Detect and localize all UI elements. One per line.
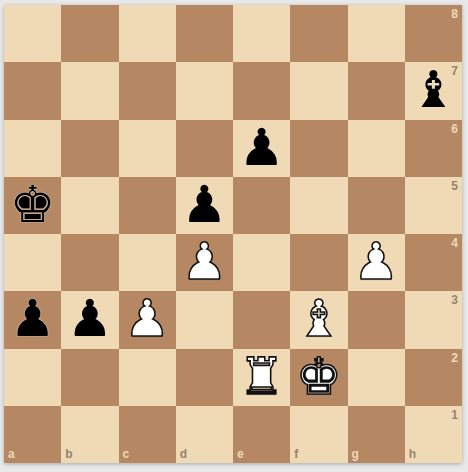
square-f4[interactable] (290, 234, 347, 291)
black-pawn[interactable]: ♟ (10, 293, 56, 344)
square-d2[interactable] (176, 349, 233, 406)
square-f3[interactable]: ♝ (290, 291, 347, 348)
square-f5[interactable] (290, 177, 347, 234)
square-b8[interactable] (61, 5, 118, 62)
square-d7[interactable] (176, 62, 233, 119)
square-e3[interactable] (233, 291, 290, 348)
square-a1[interactable]: a (4, 406, 61, 463)
rank-label-4: 4 (451, 237, 458, 249)
square-f7[interactable] (290, 62, 347, 119)
square-f8[interactable] (290, 5, 347, 62)
square-h4[interactable]: 4 (405, 234, 462, 291)
white-rook[interactable]: ♜ (239, 351, 285, 402)
rank-label-8: 8 (451, 8, 458, 20)
square-d6[interactable] (176, 120, 233, 177)
square-h3[interactable]: 3 (405, 291, 462, 348)
file-label-a: a (8, 448, 15, 460)
square-g6[interactable] (348, 120, 405, 177)
black-king[interactable]: ♚ (10, 179, 56, 230)
square-e2[interactable]: ♜ (233, 349, 290, 406)
square-e1[interactable]: e (233, 406, 290, 463)
rank-label-1: 1 (451, 409, 458, 421)
square-b2[interactable] (61, 349, 118, 406)
black-pawn[interactable]: ♟ (239, 122, 285, 173)
black-bishop[interactable]: ♝ (411, 64, 457, 115)
file-label-d: d (180, 448, 187, 460)
square-c6[interactable] (119, 120, 176, 177)
square-a4[interactable] (4, 234, 61, 291)
rank-label-2: 2 (451, 352, 458, 364)
square-c3[interactable]: ♟ (119, 291, 176, 348)
square-g7[interactable] (348, 62, 405, 119)
square-a5[interactable]: ♚ (4, 177, 61, 234)
square-a8[interactable] (4, 5, 61, 62)
white-pawn[interactable]: ♟ (353, 236, 399, 287)
square-h1[interactable]: h1 (405, 406, 462, 463)
square-e6[interactable]: ♟ (233, 120, 290, 177)
square-e8[interactable] (233, 5, 290, 62)
white-pawn[interactable]: ♟ (182, 236, 228, 287)
white-king[interactable]: ♚ (296, 351, 342, 402)
file-label-b: b (65, 448, 72, 460)
white-bishop[interactable]: ♝ (296, 293, 342, 344)
square-a3[interactable]: ♟ (4, 291, 61, 348)
file-label-g: g (352, 448, 359, 460)
square-b1[interactable]: b (61, 406, 118, 463)
square-h7[interactable]: ♝7 (405, 62, 462, 119)
square-g1[interactable]: g (348, 406, 405, 463)
square-b5[interactable] (61, 177, 118, 234)
file-label-h: h (409, 448, 416, 460)
square-c8[interactable] (119, 5, 176, 62)
chess-board[interactable]: 8♝7♟6♚♟5♟♟4♟♟♟♝3♜♚2abcdefgh1 (4, 5, 462, 463)
square-a2[interactable] (4, 349, 61, 406)
square-h2[interactable]: 2 (405, 349, 462, 406)
square-d4[interactable]: ♟ (176, 234, 233, 291)
file-label-c: c (123, 448, 130, 460)
square-h8[interactable]: 8 (405, 5, 462, 62)
square-d3[interactable] (176, 291, 233, 348)
square-e5[interactable] (233, 177, 290, 234)
square-d8[interactable] (176, 5, 233, 62)
square-g4[interactable]: ♟ (348, 234, 405, 291)
file-label-f: f (294, 448, 298, 460)
square-h5[interactable]: 5 (405, 177, 462, 234)
square-b6[interactable] (61, 120, 118, 177)
square-d1[interactable]: d (176, 406, 233, 463)
rank-label-5: 5 (451, 180, 458, 192)
square-c1[interactable]: c (119, 406, 176, 463)
white-pawn[interactable]: ♟ (124, 293, 170, 344)
square-g5[interactable] (348, 177, 405, 234)
rank-label-6: 6 (451, 123, 458, 135)
square-g3[interactable] (348, 291, 405, 348)
black-pawn[interactable]: ♟ (67, 293, 113, 344)
square-a7[interactable] (4, 62, 61, 119)
square-c4[interactable] (119, 234, 176, 291)
square-f1[interactable]: f (290, 406, 347, 463)
square-f2[interactable]: ♚ (290, 349, 347, 406)
square-a6[interactable] (4, 120, 61, 177)
square-h6[interactable]: 6 (405, 120, 462, 177)
square-b3[interactable]: ♟ (61, 291, 118, 348)
black-pawn[interactable]: ♟ (182, 179, 228, 230)
square-c5[interactable] (119, 177, 176, 234)
square-b4[interactable] (61, 234, 118, 291)
chess-board-card: 8♝7♟6♚♟5♟♟4♟♟♟♝3♜♚2abcdefgh1 (4, 5, 462, 463)
file-label-e: e (237, 448, 244, 460)
square-g2[interactable] (348, 349, 405, 406)
square-c7[interactable] (119, 62, 176, 119)
square-e7[interactable] (233, 62, 290, 119)
square-b7[interactable] (61, 62, 118, 119)
square-c2[interactable] (119, 349, 176, 406)
square-g8[interactable] (348, 5, 405, 62)
square-e4[interactable] (233, 234, 290, 291)
square-d5[interactable]: ♟ (176, 177, 233, 234)
rank-label-3: 3 (451, 294, 458, 306)
square-f6[interactable] (290, 120, 347, 177)
